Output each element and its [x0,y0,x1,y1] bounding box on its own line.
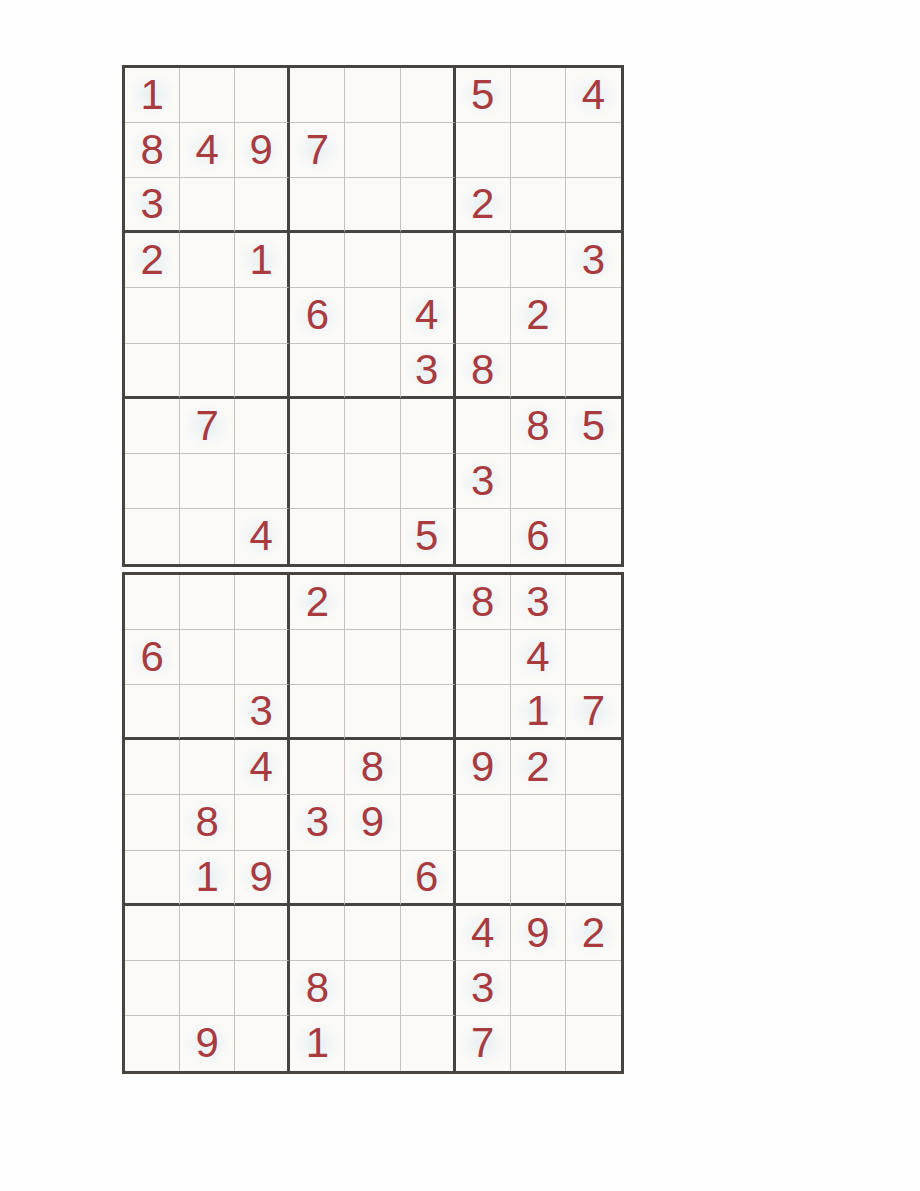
sudoku-cell [345,961,400,1016]
sudoku-cell: 1 [511,685,566,740]
sudoku-cell [345,1016,400,1071]
sudoku-cell: 8 [125,123,180,178]
sudoku-cell: 9 [180,1016,235,1071]
sudoku-cell [290,851,345,906]
sudoku-cell [401,233,456,288]
sudoku-cell [125,454,180,509]
sudoku-cell [345,906,400,961]
sudoku-cell: 7 [180,399,235,454]
sudoku-cell: 7 [566,685,621,740]
sudoku-cell: 1 [290,1016,345,1071]
sudoku-cell [235,961,290,1016]
sudoku-cell [401,961,456,1016]
sudoku-cell [511,68,566,123]
sudoku-cell: 4 [566,68,621,123]
sudoku-cell [401,685,456,740]
sudoku-cell [401,399,456,454]
sudoku-cell [290,68,345,123]
sudoku-cell: 8 [290,961,345,1016]
sudoku-cell [566,795,621,850]
sudoku-cell [125,740,180,795]
sudoku-cell [290,178,345,233]
sudoku-cell: 1 [235,233,290,288]
sudoku-cell: 2 [566,906,621,961]
sudoku-cell [511,178,566,233]
sudoku-cell [125,509,180,564]
sudoku-cell [511,454,566,509]
sudoku-cell [345,178,400,233]
sudoku-cell: 2 [290,575,345,630]
sudoku-cell [290,906,345,961]
sudoku-cell [125,399,180,454]
sudoku-cell: 9 [456,740,511,795]
sudoku-cell [290,454,345,509]
sudoku-cell: 3 [290,795,345,850]
sudoku-cell [180,68,235,123]
sudoku-cell [290,399,345,454]
sudoku-cell [345,509,400,564]
sudoku-cell [125,1016,180,1071]
sudoku-cell: 2 [456,178,511,233]
sudoku-cell: 6 [125,630,180,685]
sudoku-cell [235,399,290,454]
sudoku-cell [125,288,180,343]
sudoku-cell [290,509,345,564]
sudoku-cell: 2 [125,233,180,288]
sudoku-board-top: 154849732213642387853456 [122,65,624,567]
sudoku-cell: 9 [235,851,290,906]
sudoku-cell [345,123,400,178]
sudoku-cell: 9 [235,123,290,178]
sudoku-cell [345,344,400,399]
sudoku-cell [511,851,566,906]
sudoku-cell [456,399,511,454]
sudoku-cell: 4 [511,630,566,685]
sudoku-cell [511,961,566,1016]
sudoku-cell: 1 [180,851,235,906]
sudoku-cell [345,685,400,740]
sudoku-cell [401,795,456,850]
sudoku-cell: 8 [180,795,235,850]
sudoku-cell [566,961,621,1016]
sudoku-cell [290,685,345,740]
sudoku-cell [235,906,290,961]
sudoku-cell: 3 [456,454,511,509]
sudoku-cell [401,454,456,509]
sudoku-cell: 1 [125,68,180,123]
sudoku-cell [290,630,345,685]
sudoku-cell [566,740,621,795]
sudoku-cell: 5 [566,399,621,454]
sudoku-cell [290,233,345,288]
sudoku-cell [511,233,566,288]
sudoku-cell: 9 [511,906,566,961]
sudoku-cell [566,454,621,509]
sudoku-cell: 8 [456,575,511,630]
sudoku-cell [125,851,180,906]
sudoku-cell [566,851,621,906]
sudoku-cell [345,68,400,123]
sudoku-cell [180,178,235,233]
sudoku-cell: 6 [511,509,566,564]
sudoku-cell [345,233,400,288]
sudoku-cell [180,630,235,685]
sudoku-cell: 2 [511,288,566,343]
sudoku-cell [180,906,235,961]
sudoku-cell [235,344,290,399]
sudoku-cell: 3 [235,685,290,740]
sudoku-cell [566,123,621,178]
sudoku-cell [180,233,235,288]
sudoku-cell [125,575,180,630]
sudoku-cell [456,795,511,850]
sudoku-cell [566,575,621,630]
sudoku-cell: 4 [401,288,456,343]
sudoku-cell [180,575,235,630]
sudoku-cell [235,575,290,630]
sudoku-cell [401,906,456,961]
sudoku-cell [511,123,566,178]
sudoku-cell [401,123,456,178]
sudoku-cell [290,740,345,795]
sudoku-cell [456,288,511,343]
sudoku-cell: 3 [456,961,511,1016]
sudoku-cell [125,906,180,961]
sudoku-cell [290,344,345,399]
sudoku-cell [180,454,235,509]
sudoku-cell [456,685,511,740]
sudoku-cell [345,454,400,509]
sudoku-cell [235,68,290,123]
sudoku-cell [401,68,456,123]
sudoku-cell: 3 [511,575,566,630]
sudoku-cell [180,685,235,740]
sudoku-cell: 4 [456,906,511,961]
sudoku-cell: 4 [235,740,290,795]
sudoku-cell: 8 [511,399,566,454]
sudoku-cell: 9 [345,795,400,850]
sudoku-cell [345,630,400,685]
sudoku-cell: 3 [566,233,621,288]
sudoku-cell [345,288,400,343]
puzzle-stack: 154849732213642387853456 283643174892839… [122,65,624,1074]
sudoku-cell [235,288,290,343]
sudoku-cell [345,575,400,630]
sudoku-cell [235,178,290,233]
sudoku-cell [511,344,566,399]
sudoku-cell: 7 [290,123,345,178]
sudoku-cell [235,630,290,685]
sudoku-cell [511,1016,566,1071]
sudoku-cell [125,685,180,740]
sudoku-cell: 6 [401,851,456,906]
sudoku-cell [125,795,180,850]
sudoku-cell [345,399,400,454]
sudoku-cell: 2 [511,740,566,795]
sudoku-cell [401,630,456,685]
sudoku-cell [566,630,621,685]
sudoku-cell: 5 [401,509,456,564]
sudoku-cell: 4 [180,123,235,178]
sudoku-cell [180,344,235,399]
sudoku-cell [511,795,566,850]
sudoku-cell [401,1016,456,1071]
sudoku-cell [456,123,511,178]
sudoku-cell: 7 [456,1016,511,1071]
sudoku-cell [456,233,511,288]
sudoku-cell [235,454,290,509]
sudoku-cell [180,740,235,795]
sudoku-cell: 8 [345,740,400,795]
sudoku-cell [401,740,456,795]
sudoku-cell [235,795,290,850]
sudoku-cell [180,509,235,564]
sudoku-cell [180,961,235,1016]
sudoku-cell [456,630,511,685]
sudoku-cell [566,509,621,564]
sudoku-cell: 6 [290,288,345,343]
sudoku-cell [566,178,621,233]
sudoku-sheet: 154849732213642387853456 283643174892839… [0,0,920,1191]
sudoku-cell [180,288,235,343]
sudoku-cell [125,344,180,399]
sudoku-cell: 4 [235,509,290,564]
sudoku-cell [566,344,621,399]
sudoku-cell [566,288,621,343]
sudoku-cell [235,1016,290,1071]
sudoku-cell: 8 [456,344,511,399]
sudoku-cell [401,178,456,233]
sudoku-cell: 3 [401,344,456,399]
sudoku-cell [456,509,511,564]
sudoku-cell [566,1016,621,1071]
sudoku-cell [401,575,456,630]
sudoku-cell: 5 [456,68,511,123]
sudoku-cell [125,961,180,1016]
sudoku-board-bottom: 28364317489283919649283917 [122,572,624,1074]
sudoku-cell [345,851,400,906]
sudoku-cell [456,851,511,906]
sudoku-cell: 3 [125,178,180,233]
